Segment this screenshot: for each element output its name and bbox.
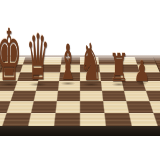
knight-icon: ♞: [79, 37, 102, 88]
chess-set-photo: ♚ ♛ ♝ ♞ ♜ ♟: [0, 0, 160, 160]
bishop-icon: ♝: [58, 38, 77, 87]
board-square: [56, 101, 80, 113]
board-square: [146, 91, 160, 102]
board-square: [54, 113, 80, 126]
board-square: [28, 113, 55, 126]
board-square: [80, 113, 106, 126]
board-square: [7, 101, 34, 113]
queen-icon: ♛: [26, 26, 49, 89]
king-icon: ♚: [0, 19, 22, 90]
board-square: [103, 101, 129, 113]
board-square: [31, 101, 57, 113]
pawn-icon: ♟: [134, 56, 151, 85]
rook-icon: ♜: [109, 48, 129, 86]
board-side-edge: [0, 126, 160, 136]
white-backdrop: [0, 136, 160, 160]
board-square: [2, 113, 31, 126]
board-square: [57, 91, 80, 102]
board-square: [104, 113, 131, 126]
board-square: [102, 91, 126, 102]
board-square: [80, 101, 104, 113]
